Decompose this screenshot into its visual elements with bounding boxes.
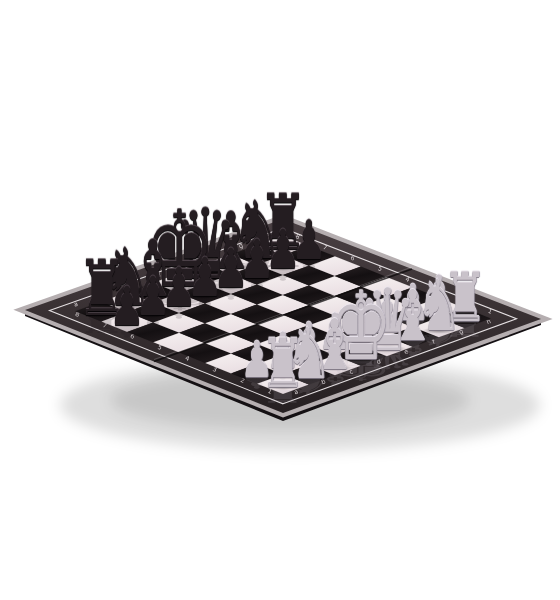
white-rook[interactable]: ♜	[258, 330, 308, 398]
chess-set-photo: 1aa82bb73cc64dd55ee46ff37gg28hh1 ♜♜♞♞♟♟♝…	[0, 0, 560, 600]
black-pawn[interactable]: ♟	[107, 280, 147, 334]
